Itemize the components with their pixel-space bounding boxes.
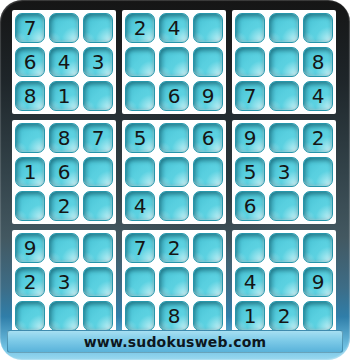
- cell-r4c5[interactable]: [159, 123, 189, 153]
- board-frame: 764381246987487162564925369237284912 www…: [0, 0, 350, 360]
- cell-r9c5: 8: [159, 301, 189, 331]
- cell-r6c5[interactable]: [159, 191, 189, 221]
- cell-r6c7: 6: [235, 191, 265, 221]
- cell-r9c1[interactable]: [15, 301, 45, 331]
- box-1-1: 764381: [12, 10, 116, 114]
- cell-r1c4: 2: [125, 13, 155, 43]
- sudoku-board: 764381246987487162564925369237284912: [12, 10, 336, 334]
- cell-r9c2[interactable]: [49, 301, 79, 331]
- cell-r8c2: 3: [49, 267, 79, 297]
- cell-r5c6[interactable]: [193, 157, 223, 187]
- cell-r7c7[interactable]: [235, 233, 265, 263]
- cell-r8c8[interactable]: [269, 267, 299, 297]
- cell-r4c6: 6: [193, 123, 223, 153]
- cell-r2c9: 8: [303, 47, 333, 77]
- cell-r1c3[interactable]: [83, 13, 113, 43]
- cell-r5c2: 6: [49, 157, 79, 187]
- cell-r5c3[interactable]: [83, 157, 113, 187]
- cell-r6c1[interactable]: [15, 191, 45, 221]
- cell-r9c3[interactable]: [83, 301, 113, 331]
- cell-r6c2: 2: [49, 191, 79, 221]
- box-3-1: 923: [12, 230, 116, 334]
- cell-r3c3[interactable]: [83, 81, 113, 111]
- cell-r6c4: 4: [125, 191, 155, 221]
- cell-r1c8[interactable]: [269, 13, 299, 43]
- cell-r7c1: 9: [15, 233, 45, 263]
- cell-r7c6[interactable]: [193, 233, 223, 263]
- cell-r2c7[interactable]: [235, 47, 265, 77]
- cell-r1c9[interactable]: [303, 13, 333, 43]
- cell-r1c1: 7: [15, 13, 45, 43]
- site-url[interactable]: www.sudokusweb.com: [84, 334, 267, 350]
- cell-r6c6[interactable]: [193, 191, 223, 221]
- cell-r5c4[interactable]: [125, 157, 155, 187]
- box-2-2: 564: [122, 120, 226, 224]
- cell-r2c3: 3: [83, 47, 113, 77]
- cell-r5c9[interactable]: [303, 157, 333, 187]
- cell-r7c3[interactable]: [83, 233, 113, 263]
- cell-r8c3[interactable]: [83, 267, 113, 297]
- cell-r3c2: 1: [49, 81, 79, 111]
- cell-r3c4[interactable]: [125, 81, 155, 111]
- box-3-2: 728: [122, 230, 226, 334]
- cell-r8c9: 9: [303, 267, 333, 297]
- cell-r2c8[interactable]: [269, 47, 299, 77]
- cell-r7c5: 2: [159, 233, 189, 263]
- cell-r3c9: 4: [303, 81, 333, 111]
- cell-r4c2: 8: [49, 123, 79, 153]
- cell-r5c1: 1: [15, 157, 45, 187]
- cell-r3c5: 6: [159, 81, 189, 111]
- cell-r5c7: 5: [235, 157, 265, 187]
- cell-r2c1: 6: [15, 47, 45, 77]
- cell-r2c4[interactable]: [125, 47, 155, 77]
- cell-r1c6[interactable]: [193, 13, 223, 43]
- cell-r7c4: 7: [125, 233, 155, 263]
- cell-r4c3: 7: [83, 123, 113, 153]
- box-3-3: 4912: [232, 230, 336, 334]
- footer-band: www.sudokusweb.com: [7, 330, 343, 353]
- cell-r6c8[interactable]: [269, 191, 299, 221]
- cell-r8c1: 2: [15, 267, 45, 297]
- cell-r2c5[interactable]: [159, 47, 189, 77]
- cell-r2c6[interactable]: [193, 47, 223, 77]
- cell-r4c9: 2: [303, 123, 333, 153]
- cell-r9c7: 1: [235, 301, 265, 331]
- cell-r7c8[interactable]: [269, 233, 299, 263]
- cell-r8c5[interactable]: [159, 267, 189, 297]
- sudoku-app: 764381246987487162564925369237284912 www…: [0, 0, 350, 360]
- cell-r8c6[interactable]: [193, 267, 223, 297]
- cell-r1c2[interactable]: [49, 13, 79, 43]
- cell-r6c3[interactable]: [83, 191, 113, 221]
- cell-r1c7[interactable]: [235, 13, 265, 43]
- cell-r9c9[interactable]: [303, 301, 333, 331]
- cell-r1c5: 4: [159, 13, 189, 43]
- cell-r6c9[interactable]: [303, 191, 333, 221]
- cell-r9c8: 2: [269, 301, 299, 331]
- cell-r9c6[interactable]: [193, 301, 223, 331]
- box-2-3: 92536: [232, 120, 336, 224]
- cell-r7c2[interactable]: [49, 233, 79, 263]
- cell-r4c7: 9: [235, 123, 265, 153]
- cell-r3c1: 8: [15, 81, 45, 111]
- cell-r9c4[interactable]: [125, 301, 155, 331]
- cell-r3c6: 9: [193, 81, 223, 111]
- cell-r4c1[interactable]: [15, 123, 45, 153]
- box-1-3: 874: [232, 10, 336, 114]
- cell-r2c2: 4: [49, 47, 79, 77]
- cell-r3c7: 7: [235, 81, 265, 111]
- cell-r4c4: 5: [125, 123, 155, 153]
- cell-r5c5[interactable]: [159, 157, 189, 187]
- cell-r4c8[interactable]: [269, 123, 299, 153]
- cell-r3c8[interactable]: [269, 81, 299, 111]
- cell-r5c8: 3: [269, 157, 299, 187]
- box-2-1: 87162: [12, 120, 116, 224]
- cell-r8c7: 4: [235, 267, 265, 297]
- box-1-2: 2469: [122, 10, 226, 114]
- cell-r7c9[interactable]: [303, 233, 333, 263]
- cell-r8c4[interactable]: [125, 267, 155, 297]
